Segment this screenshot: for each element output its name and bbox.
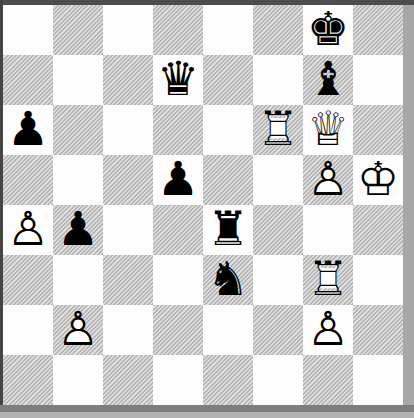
square-a4[interactable]: ♟♙ — [3, 205, 53, 255]
square-f8[interactable] — [253, 5, 303, 55]
square-a1[interactable] — [3, 355, 53, 405]
chess-diagram-screen: ♚♛♝♟♜♖♛♕♟♟♙♚♔♟♙♟♜♞♜♖♟♙♟♙ — [0, 0, 414, 418]
square-f1[interactable] — [253, 355, 303, 405]
square-c8[interactable] — [103, 5, 153, 55]
square-f4[interactable] — [253, 205, 303, 255]
black-king-icon: ♚ — [303, 5, 353, 55]
square-f7[interactable] — [253, 55, 303, 105]
square-b2[interactable]: ♟♙ — [53, 305, 103, 355]
square-f6[interactable]: ♜♖ — [253, 105, 303, 155]
white-rook-icon: ♜♖ — [253, 105, 303, 155]
square-a7[interactable] — [3, 55, 53, 105]
square-c2[interactable] — [103, 305, 153, 355]
black-queen-icon: ♛ — [153, 55, 203, 105]
square-g8[interactable]: ♚ — [303, 5, 353, 55]
square-f5[interactable] — [253, 155, 303, 205]
white-pawn-icon: ♟♙ — [53, 305, 103, 355]
square-g4[interactable] — [303, 205, 353, 255]
black-rook-icon: ♜ — [203, 205, 253, 255]
square-e7[interactable] — [203, 55, 253, 105]
white-king-icon: ♚♔ — [353, 155, 403, 205]
square-h5[interactable]: ♚♔ — [353, 155, 403, 205]
square-e2[interactable] — [203, 305, 253, 355]
square-d3[interactable] — [153, 255, 203, 305]
square-d1[interactable] — [153, 355, 203, 405]
square-d8[interactable] — [153, 5, 203, 55]
square-a3[interactable] — [3, 255, 53, 305]
square-e8[interactable] — [203, 5, 253, 55]
square-c5[interactable] — [103, 155, 153, 205]
square-g5[interactable]: ♟♙ — [303, 155, 353, 205]
square-e1[interactable] — [203, 355, 253, 405]
square-b5[interactable] — [53, 155, 103, 205]
square-b7[interactable] — [53, 55, 103, 105]
square-h3[interactable] — [353, 255, 403, 305]
black-pawn-icon: ♟ — [53, 205, 103, 255]
square-c6[interactable] — [103, 105, 153, 155]
square-c1[interactable] — [103, 355, 153, 405]
square-a2[interactable] — [3, 305, 53, 355]
black-pawn-icon: ♟ — [153, 155, 203, 205]
square-e6[interactable] — [203, 105, 253, 155]
square-c4[interactable] — [103, 205, 153, 255]
square-d5[interactable]: ♟ — [153, 155, 203, 205]
white-queen-icon: ♛♕ — [303, 105, 353, 155]
square-f2[interactable] — [253, 305, 303, 355]
square-c3[interactable] — [103, 255, 153, 305]
square-b6[interactable] — [53, 105, 103, 155]
black-knight-icon: ♞ — [203, 255, 253, 305]
square-g6[interactable]: ♛♕ — [303, 105, 353, 155]
square-d6[interactable] — [153, 105, 203, 155]
board-margin-right — [403, 5, 414, 405]
square-a5[interactable] — [3, 155, 53, 205]
square-g1[interactable] — [303, 355, 353, 405]
square-f3[interactable] — [253, 255, 303, 305]
board-frame-bottom — [0, 405, 414, 412]
square-h7[interactable] — [353, 55, 403, 105]
square-d7[interactable]: ♛ — [153, 55, 203, 105]
white-rook-icon: ♜♖ — [303, 255, 353, 305]
square-b3[interactable] — [53, 255, 103, 305]
square-b1[interactable] — [53, 355, 103, 405]
square-g2[interactable]: ♟♙ — [303, 305, 353, 355]
black-pawn-icon: ♟ — [3, 105, 53, 155]
square-h8[interactable] — [353, 5, 403, 55]
square-e4[interactable]: ♜ — [203, 205, 253, 255]
white-pawn-icon: ♟♙ — [303, 305, 353, 355]
square-d2[interactable] — [153, 305, 203, 355]
square-h4[interactable] — [353, 205, 403, 255]
square-g7[interactable]: ♝ — [303, 55, 353, 105]
square-g3[interactable]: ♜♖ — [303, 255, 353, 305]
white-pawn-icon: ♟♙ — [303, 155, 353, 205]
black-bishop-icon: ♝ — [303, 55, 353, 105]
square-h6[interactable] — [353, 105, 403, 155]
square-b8[interactable] — [53, 5, 103, 55]
square-a6[interactable]: ♟ — [3, 105, 53, 155]
square-d4[interactable] — [153, 205, 203, 255]
square-e3[interactable]: ♞ — [203, 255, 253, 305]
square-c7[interactable] — [103, 55, 153, 105]
square-h1[interactable] — [353, 355, 403, 405]
white-pawn-icon: ♟♙ — [3, 205, 53, 255]
square-h2[interactable] — [353, 305, 403, 355]
square-b4[interactable]: ♟ — [53, 205, 103, 255]
board-margin-bottom — [0, 412, 414, 418]
chess-board: ♚♛♝♟♜♖♛♕♟♟♙♚♔♟♙♟♜♞♜♖♟♙♟♙ — [3, 5, 403, 405]
square-a8[interactable] — [3, 5, 53, 55]
square-e5[interactable] — [203, 155, 253, 205]
